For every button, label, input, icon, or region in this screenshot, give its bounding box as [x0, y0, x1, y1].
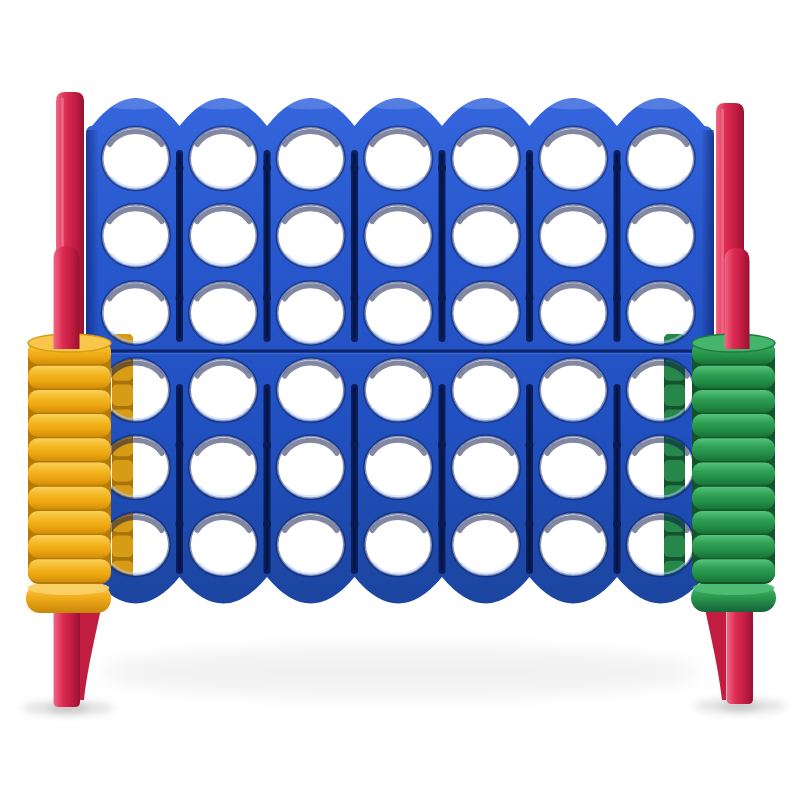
board-cell[interactable]	[355, 506, 443, 583]
scallop-highlight	[195, 99, 251, 110]
board-cell[interactable]	[355, 274, 443, 351]
scallop-highlight	[545, 99, 601, 110]
board-cell[interactable]	[180, 506, 268, 583]
board-cell[interactable]	[267, 506, 355, 583]
board-cell[interactable]	[442, 197, 530, 274]
product-photo-giant-connect-four: Giant Connect Four 4-in-a-row floor game…	[0, 0, 800, 800]
board-grid	[92, 120, 705, 583]
board-cell[interactable]	[530, 429, 618, 506]
board-cell[interactable]	[92, 352, 180, 429]
board-cell[interactable]	[530, 352, 618, 429]
board-cell[interactable]	[530, 274, 618, 351]
board-cell[interactable]	[530, 506, 618, 583]
board-cell[interactable]	[267, 197, 355, 274]
board-cell[interactable]	[92, 197, 180, 274]
board-cell[interactable]	[92, 120, 180, 197]
board-cell[interactable]	[442, 429, 530, 506]
board-cell[interactable]	[92, 429, 180, 506]
board-cell[interactable]	[617, 274, 705, 351]
board-cell[interactable]	[442, 506, 530, 583]
board-cell[interactable]	[442, 274, 530, 351]
board-cell[interactable]	[442, 352, 530, 429]
board-cell[interactable]	[92, 274, 180, 351]
board-cell[interactable]	[442, 120, 530, 197]
board-cell[interactable]	[180, 197, 268, 274]
scallop-highlight	[283, 99, 339, 110]
board-cell[interactable]	[355, 197, 443, 274]
board-cell[interactable]	[617, 120, 705, 197]
scallop-highlight	[633, 99, 689, 110]
board-cell[interactable]	[617, 429, 705, 506]
board-cell[interactable]	[355, 429, 443, 506]
board-cell[interactable]	[355, 352, 443, 429]
board-cell[interactable]	[617, 506, 705, 583]
board-cell[interactable]	[267, 429, 355, 506]
floor-shadow	[100, 646, 700, 698]
right-storage-post	[725, 248, 750, 349]
board-cell[interactable]	[267, 274, 355, 351]
board-cell[interactable]	[530, 120, 618, 197]
board-cell[interactable]	[180, 274, 268, 351]
board-cell[interactable]	[617, 352, 705, 429]
board-cell[interactable]	[180, 352, 268, 429]
scallop-highlight	[108, 99, 164, 110]
board-cell[interactable]	[267, 352, 355, 429]
board-cell[interactable]	[530, 197, 618, 274]
left-storage-post	[54, 246, 80, 349]
board-cell[interactable]	[180, 429, 268, 506]
board-cell[interactable]	[617, 197, 705, 274]
scallop-highlight	[458, 99, 514, 110]
board-cell[interactable]	[267, 120, 355, 197]
scallop-highlight	[370, 99, 426, 110]
board-cell[interactable]	[180, 120, 268, 197]
board-cell[interactable]	[355, 120, 443, 197]
board-cell[interactable]	[92, 506, 180, 583]
